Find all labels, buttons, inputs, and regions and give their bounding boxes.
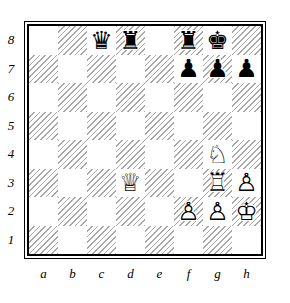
square-c4[interactable] — [87, 140, 116, 169]
square-g4[interactable]: ♞♘ — [203, 140, 232, 169]
square-d1[interactable] — [116, 226, 145, 255]
rank-label-7: 7 — [0, 55, 22, 84]
square-d5[interactable] — [116, 112, 145, 141]
square-d3[interactable]: ♛♕ — [116, 169, 145, 198]
square-h5[interactable] — [232, 112, 261, 141]
piece-black-pawn[interactable]: ♟♟ — [203, 55, 232, 84]
file-labels: abcdefgh — [29, 265, 261, 283]
square-d7[interactable] — [116, 55, 145, 84]
square-a2[interactable] — [29, 197, 58, 226]
square-e7[interactable] — [145, 55, 174, 84]
piece-outline-layer: ♙ — [235, 170, 257, 195]
square-c6[interactable] — [87, 83, 116, 112]
piece-outline-layer: ♙ — [177, 199, 199, 224]
square-h3[interactable]: ♟♙ — [232, 169, 261, 198]
file-label-f: f — [174, 265, 203, 283]
chess-diagram: 87654321 ♛♛♜♜♜♜♚♚♟♟♟♟♟♟♞♘♛♕♜♖♟♙♟♙♟♙♚♔ ab… — [0, 0, 290, 303]
rank-label-2: 2 — [0, 197, 22, 226]
square-a8[interactable] — [29, 26, 58, 55]
square-d2[interactable] — [116, 197, 145, 226]
square-f7[interactable]: ♟♟ — [174, 55, 203, 84]
rank-labels: 87654321 — [0, 26, 22, 254]
square-f5[interactable] — [174, 112, 203, 141]
square-c8[interactable]: ♛♛ — [87, 26, 116, 55]
rank-label-6: 6 — [0, 83, 22, 112]
square-b1[interactable] — [58, 226, 87, 255]
piece-black-pawn[interactable]: ♟♟ — [174, 55, 203, 84]
square-b5[interactable] — [58, 112, 87, 141]
piece-outline-layer: ♛ — [90, 28, 112, 53]
piece-white-queen[interactable]: ♛♕ — [116, 169, 145, 198]
piece-white-knight[interactable]: ♞♘ — [203, 140, 232, 169]
piece-black-king[interactable]: ♚♚ — [203, 26, 232, 55]
piece-outline-layer: ♔ — [235, 199, 257, 224]
square-a3[interactable] — [29, 169, 58, 198]
rank-label-8: 8 — [0, 26, 22, 55]
chess-board: ♛♛♜♜♜♜♚♚♟♟♟♟♟♟♞♘♛♕♜♖♟♙♟♙♟♙♚♔ — [24, 21, 266, 259]
piece-outline-layer: ♟ — [235, 56, 257, 81]
piece-outline-layer: ♕ — [119, 170, 141, 195]
square-e5[interactable] — [145, 112, 174, 141]
piece-white-pawn[interactable]: ♟♙ — [203, 197, 232, 226]
square-d4[interactable] — [116, 140, 145, 169]
square-a7[interactable] — [29, 55, 58, 84]
square-e2[interactable] — [145, 197, 174, 226]
piece-outline-layer: ♙ — [206, 199, 228, 224]
piece-black-queen[interactable]: ♛♛ — [87, 26, 116, 55]
piece-white-pawn[interactable]: ♟♙ — [174, 197, 203, 226]
file-label-a: a — [29, 265, 58, 283]
square-h4[interactable] — [232, 140, 261, 169]
file-label-b: b — [58, 265, 87, 283]
piece-outline-layer: ♟ — [177, 56, 199, 81]
piece-white-king[interactable]: ♚♔ — [232, 197, 261, 226]
file-label-h: h — [232, 265, 261, 283]
square-g7[interactable]: ♟♟ — [203, 55, 232, 84]
piece-outline-layer: ♘ — [206, 142, 228, 167]
square-d8[interactable]: ♜♜ — [116, 26, 145, 55]
square-b4[interactable] — [58, 140, 87, 169]
square-a5[interactable] — [29, 112, 58, 141]
piece-white-pawn[interactable]: ♟♙ — [232, 169, 261, 198]
square-g2[interactable]: ♟♙ — [203, 197, 232, 226]
file-label-c: c — [87, 265, 116, 283]
square-h7[interactable]: ♟♟ — [232, 55, 261, 84]
square-c1[interactable] — [87, 226, 116, 255]
square-f4[interactable] — [174, 140, 203, 169]
square-a4[interactable] — [29, 140, 58, 169]
square-b7[interactable] — [58, 55, 87, 84]
square-c7[interactable] — [87, 55, 116, 84]
file-label-g: g — [203, 265, 232, 283]
board-squares: ♛♛♜♜♜♜♚♚♟♟♟♟♟♟♞♘♛♕♜♖♟♙♟♙♟♙♚♔ — [27, 24, 263, 256]
square-a1[interactable] — [29, 226, 58, 255]
piece-black-rook[interactable]: ♜♜ — [174, 26, 203, 55]
square-g3[interactable]: ♜♖ — [203, 169, 232, 198]
piece-outline-layer: ♟ — [206, 56, 228, 81]
square-b8[interactable] — [58, 26, 87, 55]
square-g5[interactable] — [203, 112, 232, 141]
square-h1[interactable] — [232, 226, 261, 255]
square-h8[interactable] — [232, 26, 261, 55]
piece-black-rook[interactable]: ♜♜ — [116, 26, 145, 55]
rank-label-1: 1 — [0, 226, 22, 255]
rank-label-4: 4 — [0, 140, 22, 169]
piece-outline-layer: ♚ — [206, 28, 228, 53]
piece-black-pawn[interactable]: ♟♟ — [232, 55, 261, 84]
square-c5[interactable] — [87, 112, 116, 141]
piece-outline-layer: ♜ — [119, 28, 141, 53]
square-e8[interactable] — [145, 26, 174, 55]
square-f1[interactable] — [174, 226, 203, 255]
piece-white-rook[interactable]: ♜♖ — [203, 169, 232, 198]
square-g8[interactable]: ♚♚ — [203, 26, 232, 55]
square-e3[interactable] — [145, 169, 174, 198]
square-a6[interactable] — [29, 83, 58, 112]
square-c2[interactable] — [87, 197, 116, 226]
square-h2[interactable]: ♚♔ — [232, 197, 261, 226]
square-b3[interactable] — [58, 169, 87, 198]
square-g1[interactable] — [203, 226, 232, 255]
square-g6[interactable] — [203, 83, 232, 112]
piece-outline-layer: ♜ — [177, 28, 199, 53]
square-f3[interactable] — [174, 169, 203, 198]
square-h6[interactable] — [232, 83, 261, 112]
rank-label-3: 3 — [0, 169, 22, 198]
square-e6[interactable] — [145, 83, 174, 112]
square-e4[interactable] — [145, 140, 174, 169]
rank-label-5: 5 — [0, 112, 22, 141]
square-d6[interactable] — [116, 83, 145, 112]
file-label-d: d — [116, 265, 145, 283]
square-c3[interactable] — [87, 169, 116, 198]
square-f8[interactable]: ♜♜ — [174, 26, 203, 55]
file-label-e: e — [145, 265, 174, 283]
square-b6[interactable] — [58, 83, 87, 112]
square-b2[interactable] — [58, 197, 87, 226]
square-f2[interactable]: ♟♙ — [174, 197, 203, 226]
square-e1[interactable] — [145, 226, 174, 255]
square-f6[interactable] — [174, 83, 203, 112]
piece-outline-layer: ♖ — [206, 170, 228, 195]
